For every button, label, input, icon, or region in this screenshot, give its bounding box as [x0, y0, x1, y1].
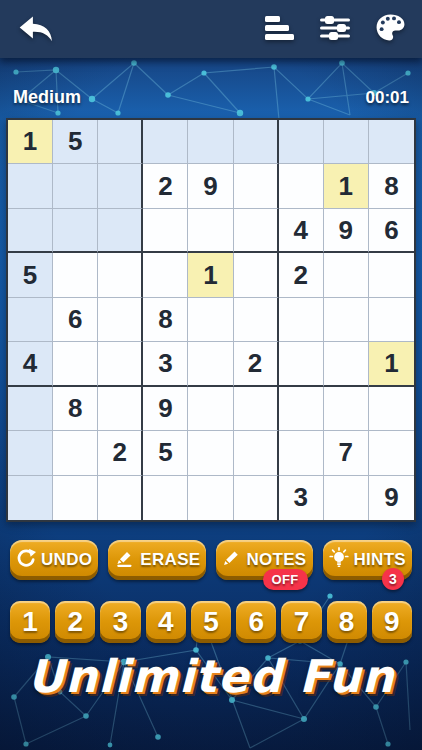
- cell-r1c3[interactable]: [98, 120, 143, 164]
- cell-r5c4[interactable]: 8: [143, 298, 188, 342]
- cell-r9c9[interactable]: 9: [369, 476, 414, 520]
- undo-label: UNDO: [41, 550, 92, 570]
- cell-r2c1[interactable]: [8, 164, 53, 208]
- cell-r3c6[interactable]: [234, 209, 279, 253]
- cell-r6c7[interactable]: [279, 342, 324, 386]
- cell-r8c6[interactable]: [234, 431, 279, 475]
- cell-r2c9[interactable]: 8: [369, 164, 414, 208]
- cell-r4c1[interactable]: 5: [8, 253, 53, 297]
- cell-r1c2[interactable]: 5: [53, 120, 98, 164]
- hints-label: HINTS: [354, 550, 407, 570]
- undo-icon: [16, 548, 36, 573]
- cell-r5c7[interactable]: [279, 298, 324, 342]
- app-screen: Medium 00:01 1529184965126843218925739 U…: [0, 0, 422, 750]
- cell-r2c6[interactable]: [234, 164, 279, 208]
- undo-button[interactable]: UNDO: [10, 540, 98, 580]
- hints-button[interactable]: HINTS 3: [323, 540, 413, 580]
- controls-row: UNDO ERASE NOTES OFF: [10, 540, 412, 580]
- num-key-4[interactable]: 4: [146, 601, 186, 643]
- cell-r8c1[interactable]: [8, 431, 53, 475]
- pencil-icon: [222, 548, 241, 572]
- cell-r7c3[interactable]: [98, 387, 143, 431]
- cell-r5c1[interactable]: [8, 298, 53, 342]
- cell-r7c4[interactable]: 9: [143, 387, 188, 431]
- cell-r9c3[interactable]: [98, 476, 143, 520]
- cell-r1c5[interactable]: [188, 120, 233, 164]
- cell-r6c2[interactable]: [53, 342, 98, 386]
- cell-r5c5[interactable]: [188, 298, 233, 342]
- cell-r1c8[interactable]: [324, 120, 369, 164]
- cell-r9c5[interactable]: [188, 476, 233, 520]
- cell-r6c5[interactable]: [188, 342, 233, 386]
- stats-button[interactable]: [261, 11, 299, 48]
- num-key-3[interactable]: 3: [100, 601, 140, 643]
- cell-r1c6[interactable]: [234, 120, 279, 164]
- cell-r3c2[interactable]: [53, 209, 98, 253]
- hints-count-badge: 3: [382, 568, 404, 590]
- notes-off-badge: OFF: [263, 569, 308, 590]
- sudoku-grid: 1529184965126843218925739: [6, 118, 416, 522]
- cell-r2c5[interactable]: 9: [188, 164, 233, 208]
- erase-label: ERASE: [140, 550, 200, 570]
- top-bar: [0, 0, 422, 58]
- cell-r2c3[interactable]: [98, 164, 143, 208]
- num-key-2[interactable]: 2: [55, 601, 95, 643]
- cell-r1c9[interactable]: [369, 120, 414, 164]
- cell-r2c4[interactable]: 2: [143, 164, 188, 208]
- cell-r4c2[interactable]: [53, 253, 98, 297]
- status-row: Medium 00:01: [0, 87, 422, 108]
- cell-r6c3[interactable]: [98, 342, 143, 386]
- cell-r9c6[interactable]: [234, 476, 279, 520]
- cell-r7c5[interactable]: [188, 387, 233, 431]
- cell-r5c9[interactable]: [369, 298, 414, 342]
- cell-r9c4[interactable]: [143, 476, 188, 520]
- cell-r2c7[interactable]: [279, 164, 324, 208]
- back-button[interactable]: [12, 9, 58, 50]
- cell-r4c8[interactable]: [324, 253, 369, 297]
- notes-label: NOTES: [246, 550, 306, 570]
- cell-r9c7[interactable]: 3: [279, 476, 324, 520]
- cell-r7c2[interactable]: 8: [53, 387, 98, 431]
- cell-r9c8[interactable]: [324, 476, 369, 520]
- cell-r1c1[interactable]: 1: [8, 120, 53, 164]
- cell-r1c4[interactable]: [143, 120, 188, 164]
- cell-r1c7[interactable]: [279, 120, 324, 164]
- num-key-1[interactable]: 1: [10, 601, 50, 643]
- cell-r3c1[interactable]: [8, 209, 53, 253]
- cell-r8c5[interactable]: [188, 431, 233, 475]
- num-key-5[interactable]: 5: [191, 601, 231, 643]
- cell-r3c5[interactable]: [188, 209, 233, 253]
- cell-r7c8[interactable]: [324, 387, 369, 431]
- cell-r8c8[interactable]: 7: [324, 431, 369, 475]
- lightbulb-icon: [329, 547, 349, 573]
- cell-r7c1[interactable]: [8, 387, 53, 431]
- cell-r4c4[interactable]: [143, 253, 188, 297]
- difficulty-label: Medium: [13, 87, 81, 108]
- num-key-7[interactable]: 7: [281, 601, 321, 643]
- cell-r6c9[interactable]: 1: [369, 342, 414, 386]
- cell-r6c6[interactable]: 2: [234, 342, 279, 386]
- cell-r4c5[interactable]: 1: [188, 253, 233, 297]
- cell-r5c8[interactable]: [324, 298, 369, 342]
- top-bar-actions: [261, 9, 410, 49]
- timer-label: 00:01: [366, 88, 409, 108]
- cell-r8c4[interactable]: 5: [143, 431, 188, 475]
- settings-button[interactable]: [316, 11, 354, 48]
- cell-r5c2[interactable]: 6: [53, 298, 98, 342]
- cell-r8c7[interactable]: [279, 431, 324, 475]
- cell-r3c9[interactable]: 6: [369, 209, 414, 253]
- cell-r6c4[interactable]: 3: [143, 342, 188, 386]
- cell-r4c7[interactable]: 2: [279, 253, 324, 297]
- cell-r2c2[interactable]: [53, 164, 98, 208]
- cell-r7c7[interactable]: [279, 387, 324, 431]
- tagline: Unlimited Fun: [0, 650, 422, 703]
- palette-icon: [375, 13, 406, 45]
- num-key-8[interactable]: 8: [327, 601, 367, 643]
- bar-chart-icon: [265, 15, 295, 44]
- cell-r8c9[interactable]: [369, 431, 414, 475]
- cell-r5c3[interactable]: [98, 298, 143, 342]
- erase-button[interactable]: ERASE: [108, 540, 206, 580]
- cell-r3c4[interactable]: [143, 209, 188, 253]
- cell-r7c6[interactable]: [234, 387, 279, 431]
- cell-r3c8[interactable]: 9: [324, 209, 369, 253]
- num-key-6[interactable]: 6: [236, 601, 276, 643]
- cell-r2c8[interactable]: 1: [324, 164, 369, 208]
- theme-button[interactable]: [371, 9, 410, 49]
- cell-r4c6[interactable]: [234, 253, 279, 297]
- cell-r6c8[interactable]: [324, 342, 369, 386]
- cell-r8c3[interactable]: 2: [98, 431, 143, 475]
- numpad: 123456789: [10, 601, 412, 643]
- cell-r8c2[interactable]: [53, 431, 98, 475]
- cell-r6c1[interactable]: 4: [8, 342, 53, 386]
- cell-r3c7[interactable]: 4: [279, 209, 324, 253]
- cell-r4c9[interactable]: [369, 253, 414, 297]
- cell-r7c9[interactable]: [369, 387, 414, 431]
- back-arrow-icon: [16, 13, 54, 46]
- cell-r3c3[interactable]: [98, 209, 143, 253]
- cell-r5c6[interactable]: [234, 298, 279, 342]
- cell-r4c3[interactable]: [98, 253, 143, 297]
- eraser-icon: [114, 548, 135, 573]
- cell-r9c2[interactable]: [53, 476, 98, 520]
- notes-button[interactable]: NOTES OFF: [216, 540, 312, 580]
- num-key-9[interactable]: 9: [372, 601, 412, 643]
- sliders-icon: [320, 15, 350, 44]
- cell-r9c1[interactable]: [8, 476, 53, 520]
